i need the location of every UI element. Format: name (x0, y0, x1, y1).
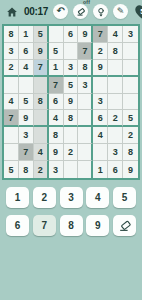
board-cell[interactable]: 7 (19, 144, 34, 161)
board-cell[interactable]: 9 (78, 26, 93, 43)
board-cell[interactable]: 3 (64, 60, 79, 77)
board-cell[interactable] (49, 26, 64, 43)
board-cell[interactable]: 4 (49, 110, 64, 127)
board-cell[interactable]: 9 (19, 110, 34, 127)
board-cell[interactable] (108, 127, 123, 144)
board-cell[interactable]: 6 (19, 43, 34, 60)
board-cell[interactable]: 9 (64, 94, 79, 111)
board-cell[interactable]: 6 (108, 161, 123, 178)
timer: 00:17 (24, 6, 48, 17)
board-cell[interactable]: 7 (49, 77, 64, 94)
key-5[interactable]: 5 (113, 187, 136, 208)
board-cell[interactable]: 8 (34, 94, 49, 111)
board-cell[interactable]: 5 (4, 161, 19, 178)
board-cell[interactable]: 4 (108, 26, 123, 43)
eraser-icon (118, 219, 132, 233)
board-cell[interactable] (4, 144, 19, 161)
hint-button[interactable] (93, 4, 108, 19)
board-cell[interactable]: 8 (108, 43, 123, 60)
board-cell[interactable] (123, 94, 138, 111)
board-cell[interactable] (78, 94, 93, 111)
lightbulb-icon (96, 7, 106, 17)
board-cell[interactable] (93, 77, 108, 94)
keypad-row-2: 6789 (0, 215, 142, 236)
home-icon[interactable] (6, 6, 18, 18)
board-cell[interactable] (123, 60, 138, 77)
board-cell[interactable]: 4 (34, 144, 49, 161)
board-cell[interactable]: 7 (78, 43, 93, 60)
board-cell[interactable]: 3 (78, 77, 93, 94)
sudoku-board: 8156974336957282471389753458693794862538… (2, 24, 140, 180)
board-cell[interactable]: 3 (108, 144, 123, 161)
board-cell[interactable]: 2 (123, 127, 138, 144)
board-cell[interactable] (64, 43, 79, 60)
board-cell[interactable]: 9 (93, 60, 108, 77)
key-eraser[interactable] (113, 215, 136, 236)
board-cell[interactable]: 6 (49, 94, 64, 111)
board-cell[interactable]: 3 (49, 161, 64, 178)
board-cell[interactable]: 1 (19, 26, 34, 43)
board-cell[interactable] (78, 144, 93, 161)
board-cell[interactable]: 8 (64, 110, 79, 127)
board-cell[interactable]: 3 (123, 26, 138, 43)
board-cell[interactable]: 6 (93, 110, 108, 127)
board-cell[interactable]: 5 (34, 26, 49, 43)
board-cell[interactable]: 8 (123, 144, 138, 161)
board-cell[interactable]: 5 (123, 110, 138, 127)
board-cell[interactable]: 4 (4, 94, 19, 111)
board-cell[interactable] (108, 77, 123, 94)
board-cell[interactable] (34, 77, 49, 94)
key-8[interactable]: 8 (60, 215, 83, 236)
board-cell[interactable]: 7 (34, 60, 49, 77)
board-cell[interactable] (78, 161, 93, 178)
keypad-row-1: 12345 (0, 187, 142, 208)
board-cell[interactable]: 5 (19, 94, 34, 111)
board-cell[interactable] (108, 60, 123, 77)
notes-button[interactable]: ✎ (113, 4, 128, 19)
board-cell[interactable]: 4 (19, 60, 34, 77)
lives-heart: 5 (134, 4, 142, 20)
undo-icon: ↶ (56, 6, 64, 16)
board-cell[interactable]: 9 (34, 43, 49, 60)
board-cell[interactable] (108, 94, 123, 111)
key-1[interactable]: 1 (6, 187, 29, 208)
board-cell[interactable]: 2 (108, 110, 123, 127)
key-3[interactable]: 3 (60, 187, 83, 208)
board-cell[interactable]: 9 (123, 161, 138, 178)
key-2[interactable]: 2 (33, 187, 56, 208)
undo-button[interactable]: ↶ (53, 4, 68, 19)
board-cell[interactable] (78, 127, 93, 144)
board-cell[interactable]: 8 (19, 161, 34, 178)
board-cell[interactable]: 2 (64, 144, 79, 161)
eraser-off-badge: off (83, 0, 90, 5)
board-cell[interactable]: 7 (93, 26, 108, 43)
board-cell[interactable]: 2 (93, 43, 108, 60)
board-cell[interactable]: 5 (64, 77, 79, 94)
board-cell[interactable] (34, 110, 49, 127)
board-cell[interactable] (34, 127, 49, 144)
board-cell[interactable] (19, 77, 34, 94)
lives-count: 5 (140, 7, 142, 16)
board-cell[interactable] (4, 127, 19, 144)
board-cell[interactable] (123, 77, 138, 94)
key-6[interactable]: 6 (6, 215, 29, 236)
key-4[interactable]: 4 (86, 187, 109, 208)
board-cell[interactable]: 8 (49, 127, 64, 144)
board-cell[interactable]: 8 (78, 60, 93, 77)
eraser-icon (76, 7, 86, 17)
board-cell[interactable]: 6 (64, 26, 79, 43)
board-cell[interactable]: 2 (34, 161, 49, 178)
board-cell[interactable] (78, 110, 93, 127)
eraser-button[interactable]: off (73, 4, 88, 19)
board-cell[interactable]: 5 (49, 43, 64, 60)
board-cell[interactable] (64, 161, 79, 178)
board-cell[interactable]: 8 (4, 26, 19, 43)
board-cell[interactable]: 3 (93, 94, 108, 111)
board-cell[interactable]: 3 (4, 43, 19, 60)
board-cell[interactable]: 3 (19, 127, 34, 144)
board-cell[interactable] (93, 144, 108, 161)
board-cell[interactable] (123, 43, 138, 60)
key-9[interactable]: 9 (86, 215, 109, 236)
board-cell[interactable] (64, 127, 79, 144)
top-bar: 00:17 ↶ off ✎ 5 (0, 0, 142, 23)
key-7[interactable]: 7 (33, 215, 56, 236)
board-cell[interactable]: 1 (49, 60, 64, 77)
board-cell[interactable] (4, 77, 19, 94)
board-cell[interactable]: 2 (4, 60, 19, 77)
pencil-icon: ✎ (117, 7, 125, 16)
board-cell[interactable]: 4 (93, 127, 108, 144)
board-cell[interactable]: 9 (49, 144, 64, 161)
board-cell[interactable]: 1 (93, 161, 108, 178)
board-cell[interactable]: 7 (4, 110, 19, 127)
